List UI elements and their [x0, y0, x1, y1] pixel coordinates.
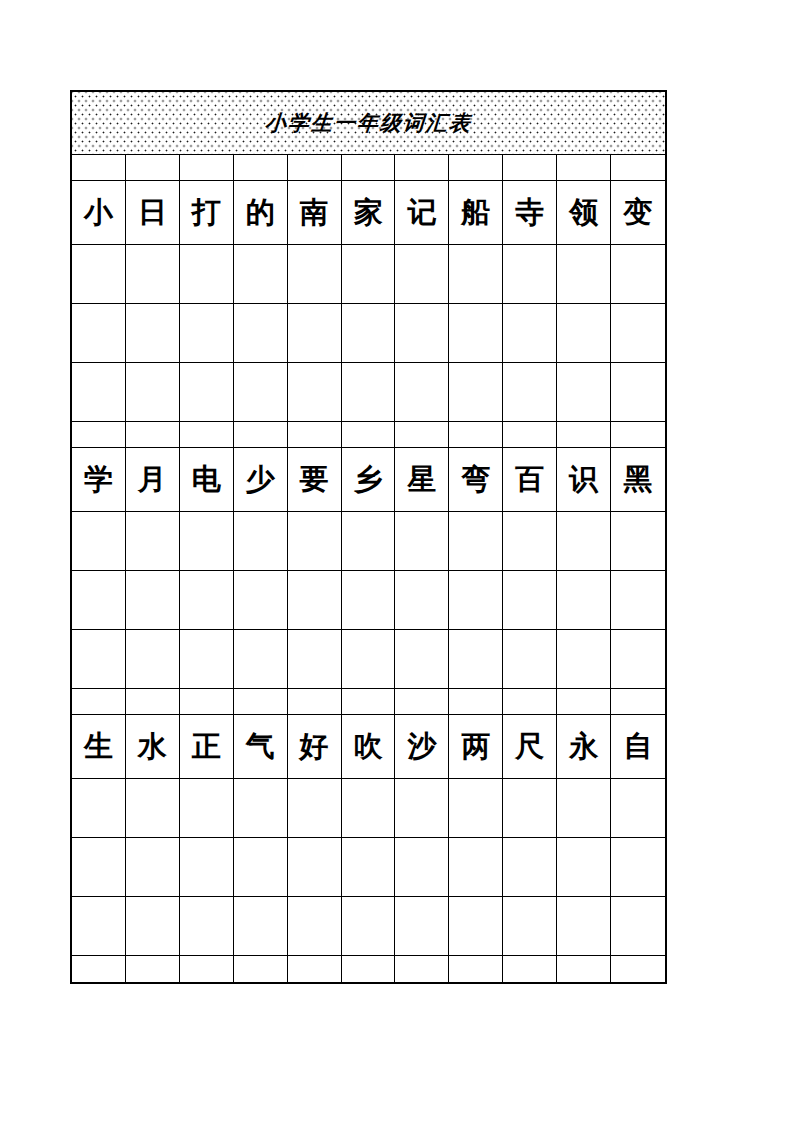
- grid-cell-empty: [611, 422, 665, 448]
- grid-cell-empty: [557, 571, 611, 630]
- grid-cell-empty: [72, 155, 126, 181]
- grid-cell-char: 尺: [503, 715, 557, 779]
- page-title: 小学生一年级词汇表: [264, 109, 473, 137]
- grid-cell-empty: [395, 630, 449, 689]
- grid-cell-char: 黑: [611, 448, 665, 512]
- grid-cell-empty: [180, 956, 234, 982]
- grid-cell-empty: [503, 512, 557, 571]
- grid-cell-empty: [449, 630, 503, 689]
- grid-cell-char: 的: [234, 181, 288, 245]
- grid-cell-empty: [449, 155, 503, 181]
- grid-cell-empty: [126, 838, 180, 897]
- grid-cell-char: 星: [395, 448, 449, 512]
- grid-cell-char: 月: [126, 448, 180, 512]
- grid-cell-char: 沙: [395, 715, 449, 779]
- grid-cell-empty: [288, 155, 342, 181]
- grid-cell-empty: [288, 571, 342, 630]
- grid-cell-empty: [503, 245, 557, 304]
- grid-cell-empty: [557, 155, 611, 181]
- grid-cell-char: 记: [395, 181, 449, 245]
- grid-cell-char: 少: [234, 448, 288, 512]
- grid-cell-empty: [342, 422, 396, 448]
- grid-cell-char: 要: [288, 448, 342, 512]
- grid-cell-empty: [234, 779, 288, 838]
- grid-cell-char: 乡: [342, 448, 396, 512]
- grid-cell-empty: [449, 956, 503, 982]
- grid-cell-char: 家: [342, 181, 396, 245]
- grid-cell-empty: [557, 422, 611, 448]
- grid-cell-char: 寺: [503, 181, 557, 245]
- grid-cell-empty: [72, 897, 126, 956]
- grid-cell-empty: [126, 779, 180, 838]
- grid-cell-char: 弯: [449, 448, 503, 512]
- grid-cell-char: 百: [503, 448, 557, 512]
- grid-cell-empty: [288, 779, 342, 838]
- grid-cell-empty: [72, 363, 126, 422]
- grid-cell-empty: [503, 571, 557, 630]
- grid-cell-empty: [342, 630, 396, 689]
- grid-cell-empty: [395, 245, 449, 304]
- grid-cell-empty: [557, 512, 611, 571]
- grid-cell-empty: [503, 689, 557, 715]
- grid-cell-char: 水: [126, 715, 180, 779]
- grid-cell-empty: [126, 512, 180, 571]
- grid-cell-empty: [288, 897, 342, 956]
- grid-cell-empty: [557, 956, 611, 982]
- grid-cell-empty: [288, 512, 342, 571]
- practice-grid: 小日打的南家记船寺领变学月电少要乡星弯百识黑生水正气好吹沙两尺永自: [72, 155, 665, 982]
- grid-cell-empty: [126, 155, 180, 181]
- grid-cell-empty: [72, 512, 126, 571]
- grid-cell-empty: [395, 956, 449, 982]
- grid-cell-empty: [342, 155, 396, 181]
- grid-cell-empty: [557, 245, 611, 304]
- vocabulary-table: 小学生一年级词汇表 小日打的南家记船寺领变学月电少要乡星弯百识黑生水正气好吹沙两…: [70, 90, 667, 984]
- grid-cell-empty: [234, 245, 288, 304]
- grid-cell-char: 两: [449, 715, 503, 779]
- grid-cell-char: 生: [72, 715, 126, 779]
- grid-cell-empty: [611, 512, 665, 571]
- grid-cell-empty: [395, 304, 449, 363]
- grid-cell-empty: [449, 512, 503, 571]
- grid-cell-empty: [180, 245, 234, 304]
- grid-cell-char: 小: [72, 181, 126, 245]
- grid-cell-empty: [72, 422, 126, 448]
- grid-cell-empty: [342, 838, 396, 897]
- grid-cell-empty: [503, 838, 557, 897]
- grid-cell-empty: [180, 689, 234, 715]
- worksheet-page: 小学生一年级词汇表 小日打的南家记船寺领变学月电少要乡星弯百识黑生水正气好吹沙两…: [0, 0, 793, 1122]
- grid-cell-empty: [126, 304, 180, 363]
- grid-cell-char: 永: [557, 715, 611, 779]
- grid-cell-empty: [72, 838, 126, 897]
- grid-cell-empty: [288, 630, 342, 689]
- grid-cell-empty: [180, 838, 234, 897]
- grid-cell-empty: [288, 245, 342, 304]
- grid-cell-empty: [288, 304, 342, 363]
- grid-cell-empty: [72, 689, 126, 715]
- grid-cell-empty: [395, 422, 449, 448]
- grid-cell-empty: [557, 304, 611, 363]
- grid-cell-empty: [395, 155, 449, 181]
- grid-cell-empty: [288, 838, 342, 897]
- grid-cell-empty: [342, 956, 396, 982]
- grid-cell-empty: [395, 689, 449, 715]
- grid-cell-empty: [234, 689, 288, 715]
- grid-cell-empty: [342, 571, 396, 630]
- grid-cell-empty: [234, 897, 288, 956]
- grid-cell-empty: [180, 571, 234, 630]
- grid-cell-empty: [449, 571, 503, 630]
- grid-cell-empty: [557, 363, 611, 422]
- grid-cell-empty: [342, 245, 396, 304]
- grid-cell-empty: [611, 155, 665, 181]
- grid-cell-empty: [180, 155, 234, 181]
- grid-cell-empty: [234, 630, 288, 689]
- grid-cell-empty: [395, 512, 449, 571]
- grid-cell-empty: [180, 512, 234, 571]
- grid-cell-empty: [395, 363, 449, 422]
- grid-cell-empty: [126, 956, 180, 982]
- grid-cell-empty: [503, 422, 557, 448]
- grid-cell-empty: [342, 363, 396, 422]
- grid-cell-empty: [557, 838, 611, 897]
- grid-cell-char: 吹: [342, 715, 396, 779]
- grid-cell-empty: [611, 245, 665, 304]
- grid-cell-empty: [449, 838, 503, 897]
- grid-cell-empty: [180, 304, 234, 363]
- grid-cell-empty: [72, 956, 126, 982]
- grid-cell-empty: [503, 956, 557, 982]
- grid-cell-empty: [342, 689, 396, 715]
- grid-cell-empty: [395, 838, 449, 897]
- grid-cell-empty: [503, 155, 557, 181]
- grid-cell-char: 好: [288, 715, 342, 779]
- grid-cell-char: 识: [557, 448, 611, 512]
- grid-cell-empty: [449, 897, 503, 956]
- grid-cell-empty: [503, 363, 557, 422]
- table-title-cell: 小学生一年级词汇表: [72, 92, 665, 155]
- grid-cell-empty: [126, 689, 180, 715]
- grid-cell-empty: [395, 571, 449, 630]
- grid-cell-empty: [611, 956, 665, 982]
- grid-cell-empty: [342, 897, 396, 956]
- grid-cell-empty: [449, 363, 503, 422]
- grid-cell-char: 船: [449, 181, 503, 245]
- grid-cell-empty: [234, 155, 288, 181]
- grid-cell-empty: [126, 897, 180, 956]
- grid-cell-empty: [126, 363, 180, 422]
- grid-cell-char: 南: [288, 181, 342, 245]
- grid-cell-empty: [72, 630, 126, 689]
- grid-cell-empty: [180, 630, 234, 689]
- grid-cell-empty: [557, 779, 611, 838]
- grid-cell-empty: [449, 304, 503, 363]
- grid-cell-empty: [72, 245, 126, 304]
- grid-cell-empty: [449, 689, 503, 715]
- grid-cell-char: 日: [126, 181, 180, 245]
- grid-cell-empty: [234, 512, 288, 571]
- grid-cell-empty: [611, 897, 665, 956]
- grid-cell-empty: [611, 571, 665, 630]
- grid-cell-empty: [557, 897, 611, 956]
- grid-cell-empty: [395, 779, 449, 838]
- grid-cell-empty: [611, 779, 665, 838]
- grid-cell-empty: [449, 422, 503, 448]
- grid-cell-empty: [288, 956, 342, 982]
- grid-cell-char: 气: [234, 715, 288, 779]
- grid-cell-empty: [342, 779, 396, 838]
- grid-cell-empty: [611, 689, 665, 715]
- grid-cell-empty: [126, 630, 180, 689]
- grid-cell-empty: [288, 422, 342, 448]
- grid-cell-empty: [72, 571, 126, 630]
- grid-cell-empty: [234, 304, 288, 363]
- grid-cell-empty: [611, 838, 665, 897]
- grid-cell-empty: [180, 779, 234, 838]
- grid-cell-empty: [449, 779, 503, 838]
- grid-cell-empty: [557, 630, 611, 689]
- grid-cell-empty: [557, 689, 611, 715]
- grid-cell-empty: [611, 363, 665, 422]
- grid-cell-empty: [503, 779, 557, 838]
- grid-cell-empty: [288, 363, 342, 422]
- grid-cell-empty: [126, 571, 180, 630]
- grid-cell-empty: [180, 897, 234, 956]
- grid-cell-empty: [611, 630, 665, 689]
- grid-cell-char: 学: [72, 448, 126, 512]
- grid-cell-empty: [180, 363, 234, 422]
- grid-cell-empty: [342, 512, 396, 571]
- grid-cell-empty: [449, 245, 503, 304]
- grid-cell-char: 电: [180, 448, 234, 512]
- grid-cell-empty: [288, 689, 342, 715]
- grid-cell-char: 自: [611, 715, 665, 779]
- grid-cell-char: 变: [611, 181, 665, 245]
- grid-cell-empty: [503, 897, 557, 956]
- grid-cell-empty: [72, 779, 126, 838]
- grid-cell-empty: [234, 571, 288, 630]
- grid-cell-empty: [234, 956, 288, 982]
- grid-cell-empty: [126, 422, 180, 448]
- grid-cell-empty: [126, 245, 180, 304]
- grid-cell-empty: [180, 422, 234, 448]
- grid-cell-empty: [395, 897, 449, 956]
- grid-cell-char: 正: [180, 715, 234, 779]
- grid-cell-char: 领: [557, 181, 611, 245]
- grid-cell-empty: [342, 304, 396, 363]
- grid-cell-empty: [72, 304, 126, 363]
- grid-cell-char: 打: [180, 181, 234, 245]
- grid-cell-empty: [503, 304, 557, 363]
- grid-cell-empty: [611, 304, 665, 363]
- grid-cell-empty: [503, 630, 557, 689]
- grid-cell-empty: [234, 363, 288, 422]
- grid-cell-empty: [234, 838, 288, 897]
- grid-cell-empty: [234, 422, 288, 448]
